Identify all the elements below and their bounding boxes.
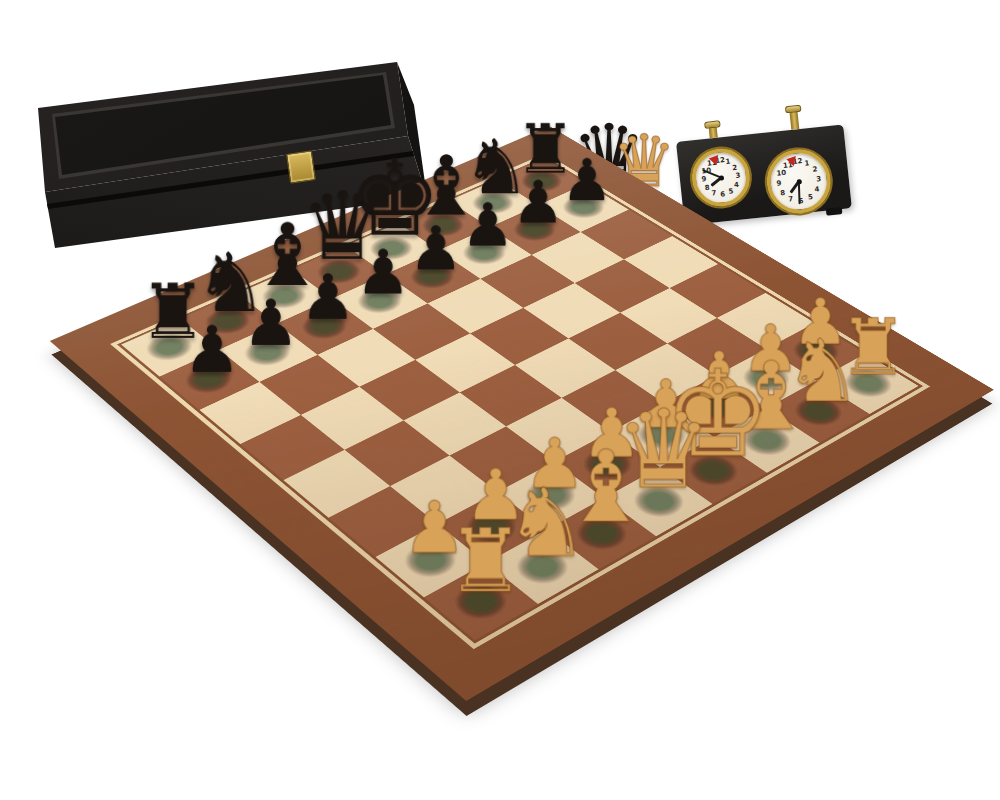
product-photo: 121234567891011 121234567891011 ♛♛ ♜♞♝♛♚… [0, 0, 1000, 800]
pieces-layer: ♜♞♝♛♚♝♞♜♟♟♟♟♟♟♟♟♟♟♟♟♟♟♟♟♜♞♝♛♚♝♞♜ [50, 126, 994, 701]
board-scene: ♜♞♝♛♚♝♞♜♟♟♟♟♟♟♟♟♟♟♟♟♟♟♟♟♜♞♝♛♚♝♞♜ [0, 0, 1000, 800]
chess-board: ♜♞♝♛♚♝♞♜♟♟♟♟♟♟♟♟♟♟♟♟♟♟♟♟♜♞♝♛♚♝♞♜ [50, 126, 994, 701]
piece-glyph: ♜ [405, 517, 565, 604]
piece-glyph: ♟ [142, 317, 283, 382]
